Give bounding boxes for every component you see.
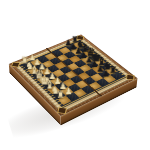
- inlay-border-band: ♜♞♝♛♚♝♞♜♟♟♟♟♟♟♟♟♟♟♟♟♟♟♟♟♜♞♝♛♚♝♞♜: [13, 36, 133, 112]
- product-photo: ♜♞♝♛♚♝♞♜♟♟♟♟♟♟♟♟♟♟♟♟♟♟♟♟♜♞♝♛♚♝♞♜: [0, 0, 150, 150]
- chess-box: ♜♞♝♛♚♝♞♜♟♟♟♟♟♟♟♟♟♟♟♟♟♟♟♟♜♞♝♛♚♝♞♜: [9, 34, 138, 116]
- scene: ♜♞♝♛♚♝♞♜♟♟♟♟♟♟♟♟♟♟♟♟♟♟♟♟♜♞♝♛♚♝♞♜: [0, 0, 150, 150]
- square-e6: [79, 64, 92, 72]
